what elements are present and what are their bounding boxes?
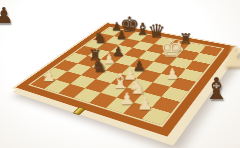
- brass-clasp: [72, 107, 86, 116]
- chess-piece-dark-king: ♚: [116, 14, 142, 35]
- board-square: [177, 50, 200, 61]
- board-grid: ♟♞♟♜♟♚♞♟♟♝♛♝♟♟♟♞♚♟♜♟♟: [31, 28, 222, 126]
- chess-set-photo: ♟♞♟♜♟♚♞♟♟♝♛♝♟♟♟♞♚♟♜♟♟ ♟♝♟: [0, 0, 240, 148]
- board-square: [43, 68, 68, 80]
- board-square: [200, 46, 222, 56]
- chess-board: ♟♞♟♜♟♚♞♟♟♝♛♝♟♟♟♞♚♟♜♟♟: [12, 22, 239, 140]
- off-board-chess-piece-dark-pawn: ♟: [0, 5, 14, 27]
